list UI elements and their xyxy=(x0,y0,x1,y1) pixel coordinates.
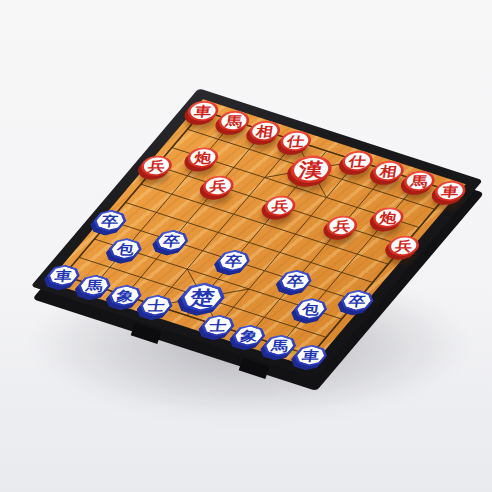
piece-character: 卒 xyxy=(340,289,374,313)
piece-character: 卒 xyxy=(155,229,189,253)
piece-character: 楚 xyxy=(180,281,226,313)
piece-character: 炮 xyxy=(186,146,220,170)
piece-character: 兵 xyxy=(325,214,359,238)
piece-character: 車 xyxy=(47,264,81,288)
piece-character: 炮 xyxy=(371,206,405,230)
piece-character: 士 xyxy=(201,314,235,338)
piece-character: 包 xyxy=(108,237,142,261)
product-photo-stage: 車馬相仕仕相馬車漢炮炮兵兵兵兵兵卒卒卒卒卒包包楚車馬象士士象馬車 xyxy=(0,0,492,492)
piece-character: 兵 xyxy=(263,194,297,218)
piece-character: 兵 xyxy=(140,154,174,178)
piece-character: 仕 xyxy=(279,129,313,153)
piece-character: 兵 xyxy=(201,174,235,198)
piece-character: 車 xyxy=(294,344,328,368)
piece-character: 象 xyxy=(232,324,266,348)
piece-character: 卒 xyxy=(278,269,312,293)
piece-character: 卒 xyxy=(93,209,127,233)
piece-character: 車 xyxy=(186,99,220,123)
piece-character: 象 xyxy=(108,284,142,308)
piece-character: 士 xyxy=(139,294,173,318)
piece-character: 相 xyxy=(248,119,282,143)
piece-character: 馬 xyxy=(217,109,251,133)
piece-character: 卒 xyxy=(217,249,251,273)
piece-character: 馬 xyxy=(263,334,297,358)
piece-character: 車 xyxy=(433,179,467,203)
piece-character: 仕 xyxy=(341,149,375,173)
piece-character: 包 xyxy=(294,297,328,321)
piece-character: 兵 xyxy=(387,234,421,258)
piece-character: 馬 xyxy=(77,274,111,298)
piece-character: 漢 xyxy=(288,153,334,185)
piece-character: 馬 xyxy=(402,169,436,193)
piece-character: 相 xyxy=(371,159,405,183)
